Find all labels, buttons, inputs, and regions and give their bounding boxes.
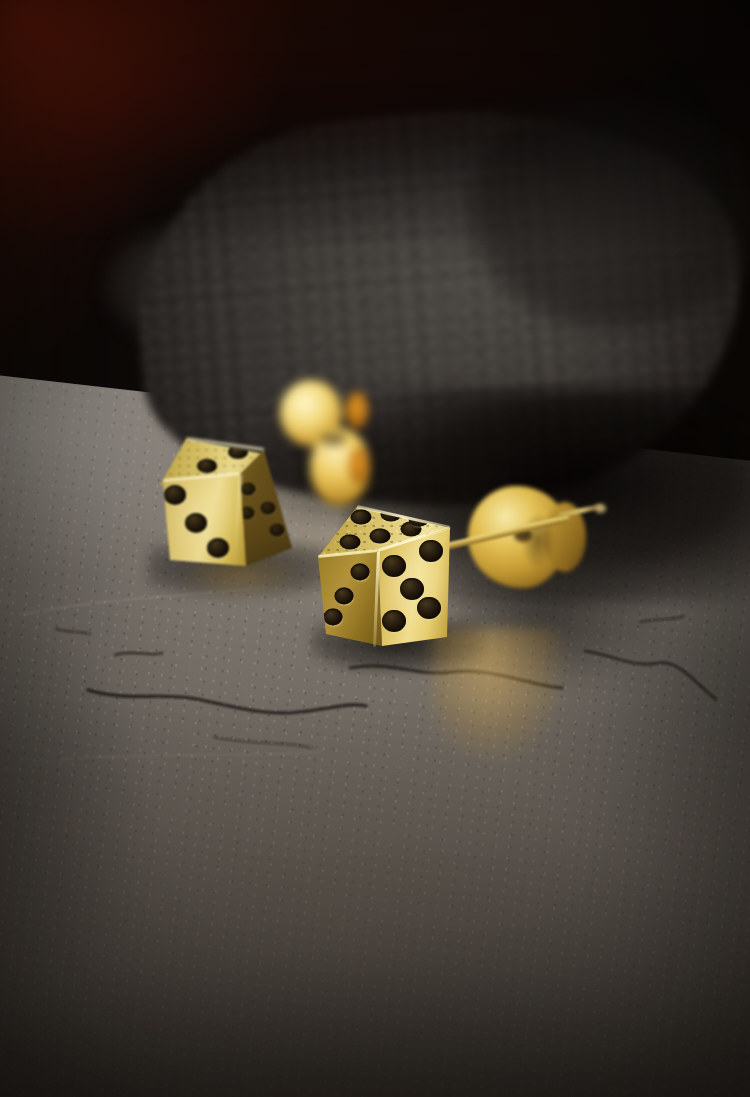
- photo-scene: [0, 0, 750, 1097]
- vignette: [0, 0, 750, 1097]
